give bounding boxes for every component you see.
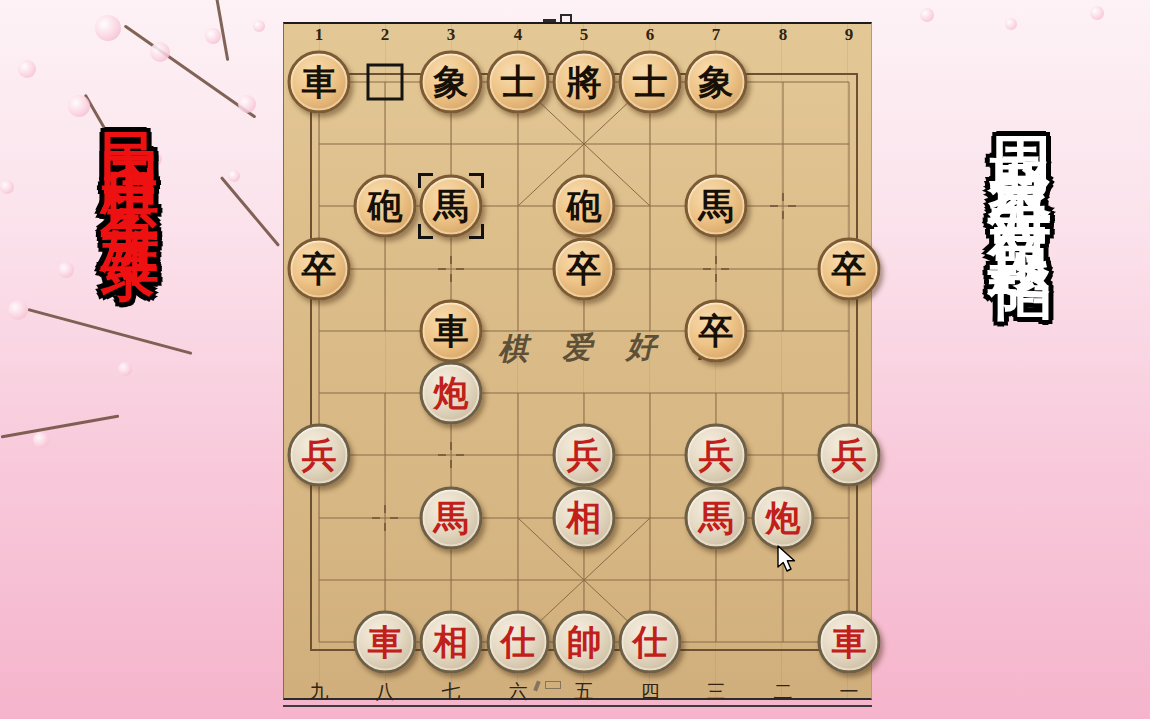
last-move-from-marker — [367, 64, 404, 101]
point-marker — [372, 505, 398, 531]
piece-red-elephant[interactable]: 相 — [420, 611, 483, 674]
file-label-top: 4 — [514, 25, 523, 45]
piece-black-elephant[interactable]: 象 — [420, 51, 483, 114]
left-title-text: 民国棋王争雄录 — [101, 86, 159, 219]
piece-black-rook[interactable]: 車 — [288, 51, 351, 114]
file-label-bottom: 七 — [442, 679, 461, 705]
clipped-text-bottom-2 — [545, 681, 561, 689]
blossom-decoration — [68, 95, 90, 117]
piece-red-advisor[interactable]: 仕 — [619, 611, 682, 674]
point-marker — [438, 256, 464, 282]
xiangqi-board-window: 棋爱好者 123456789 九八七六五四三二一 車象士將士象砲馬砲馬卒卒卒車卒… — [283, 0, 872, 719]
blossom-decoration — [205, 28, 221, 44]
blossom-decoration — [8, 300, 28, 320]
piece-black-rook[interactable]: 車 — [420, 300, 483, 363]
piece-black-pawn[interactable]: 卒 — [553, 238, 616, 301]
piece-red-cannon[interactable]: 炮 — [752, 487, 815, 550]
piece-black-advisor[interactable]: 士 — [487, 51, 550, 114]
branch-decoration — [220, 176, 280, 247]
piece-red-pawn[interactable]: 兵 — [288, 424, 351, 487]
piece-red-king[interactable]: 帥 — [553, 611, 616, 674]
blossom-decoration — [58, 262, 74, 278]
file-label-bottom: 二 — [774, 679, 793, 705]
piece-black-pawn[interactable]: 卒 — [818, 238, 881, 301]
file-label-top: 9 — [845, 25, 854, 45]
blossom-decoration — [228, 170, 240, 182]
file-label-top: 3 — [447, 25, 456, 45]
piece-black-pawn[interactable]: 卒 — [685, 300, 748, 363]
blossom-decoration — [0, 180, 14, 194]
point-marker — [703, 256, 729, 282]
piece-red-cannon[interactable]: 炮 — [420, 362, 483, 425]
page: { "game": "xiangqi", "position": "r1baka… — [0, 0, 1150, 719]
blossom-decoration — [238, 95, 256, 113]
blossom-decoration — [150, 42, 170, 62]
piece-red-rook[interactable]: 車 — [354, 611, 417, 674]
piece-red-rook[interactable]: 車 — [818, 611, 881, 674]
board-bottom-frame-line — [283, 705, 872, 707]
blossom-decoration — [18, 60, 36, 78]
file-label-top: 8 — [779, 25, 788, 45]
file-label-top: 5 — [580, 25, 589, 45]
piece-red-horse[interactable]: 馬 — [420, 487, 483, 550]
file-label-top: 6 — [646, 25, 655, 45]
file-label-bottom: 六 — [509, 679, 528, 705]
piece-black-cannon[interactable]: 砲 — [354, 175, 417, 238]
piece-red-elephant[interactable]: 相 — [553, 487, 616, 550]
piece-red-pawn[interactable]: 兵 — [818, 424, 881, 487]
piece-red-pawn[interactable]: 兵 — [553, 424, 616, 487]
blossom-decoration — [253, 20, 265, 32]
blossom-decoration — [118, 362, 132, 376]
clipped-text-top-2 — [560, 14, 572, 22]
file-label-top: 1 — [315, 25, 324, 45]
point-marker — [770, 193, 796, 219]
blossom-decoration — [33, 432, 49, 448]
piece-red-advisor[interactable]: 仕 — [487, 611, 550, 674]
blossom-decoration — [920, 8, 934, 22]
point-marker — [438, 442, 464, 468]
clipped-text-top — [543, 19, 556, 22]
piece-black-king[interactable]: 將 — [553, 51, 616, 114]
last-move-to-marker — [418, 173, 484, 239]
blossom-decoration — [1090, 6, 1104, 20]
file-label-top: 7 — [712, 25, 721, 45]
blossom-decoration — [1005, 18, 1017, 30]
piece-red-pawn[interactable]: 兵 — [685, 424, 748, 487]
branch-decoration — [1, 415, 120, 439]
piece-black-pawn[interactable]: 卒 — [288, 238, 351, 301]
right-title-text: 周聚星对贾题韬 — [988, 86, 1052, 226]
board-surface[interactable]: 棋爱好者 123456789 九八七六五四三二一 車象士將士象砲馬砲馬卒卒卒車卒… — [283, 22, 872, 700]
piece-black-elephant[interactable]: 象 — [685, 51, 748, 114]
file-label-bottom: 八 — [376, 679, 395, 705]
piece-black-advisor[interactable]: 士 — [619, 51, 682, 114]
branch-decoration — [28, 308, 193, 355]
file-label-bottom: 三 — [707, 679, 726, 705]
file-label-bottom: 九 — [310, 679, 329, 705]
piece-black-cannon[interactable]: 砲 — [553, 175, 616, 238]
file-label-bottom: 一 — [840, 679, 859, 705]
file-label-bottom: 五 — [575, 679, 594, 705]
file-label-top: 2 — [381, 25, 390, 45]
file-label-bottom: 四 — [641, 679, 660, 705]
piece-red-horse[interactable]: 馬 — [685, 487, 748, 550]
blossom-decoration — [95, 15, 121, 41]
mouse-cursor-icon — [777, 545, 799, 575]
piece-black-horse[interactable]: 馬 — [685, 175, 748, 238]
